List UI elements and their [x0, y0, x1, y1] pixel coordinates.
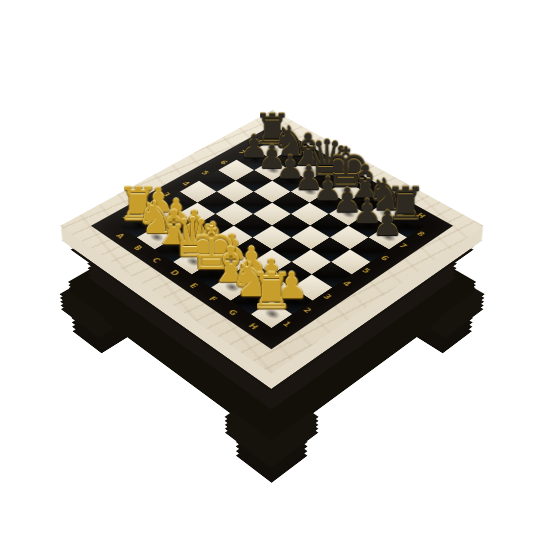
black-pawn-h7: ♟ — [374, 172, 401, 237]
photo-scene: AABBCCDDEEFFGGHH8877665544332211♜♜♞♞♝♝♛♛… — [0, 0, 555, 555]
white-rook-h1: ♜ — [257, 244, 286, 313]
